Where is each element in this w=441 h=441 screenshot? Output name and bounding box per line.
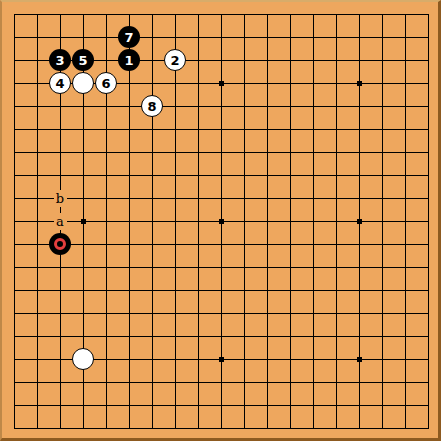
stone-white-8[interactable]: 8 xyxy=(141,95,163,117)
stone-number: 3 xyxy=(55,54,64,67)
stone-black-circled[interactable] xyxy=(49,233,71,255)
stone-white[interactable] xyxy=(72,348,94,370)
stone-black-5[interactable]: 5 xyxy=(72,49,94,71)
stone-number: 6 xyxy=(101,77,110,90)
stone-number: 4 xyxy=(55,77,64,90)
go-board[interactable]: 73512468ba xyxy=(0,0,441,441)
stone-black-3[interactable]: 3 xyxy=(49,49,71,71)
stone-number: 1 xyxy=(124,54,133,67)
stone-white-6[interactable]: 6 xyxy=(95,72,117,94)
stone-white-4[interactable]: 4 xyxy=(49,72,71,94)
stone-black-1[interactable]: 1 xyxy=(118,49,140,71)
stone-number: 2 xyxy=(170,54,179,67)
stone-white-2[interactable]: 2 xyxy=(164,49,186,71)
stone-number: 7 xyxy=(124,31,133,44)
point-label-a: a xyxy=(54,213,67,230)
stone-number: 5 xyxy=(78,54,87,67)
point-label-b: b xyxy=(54,190,67,207)
stone-black-7[interactable]: 7 xyxy=(118,26,140,48)
stone-number: 8 xyxy=(147,100,156,113)
intersections-grid: 73512468ba xyxy=(3,3,440,440)
stone-white[interactable] xyxy=(72,72,94,94)
circle-marker-icon xyxy=(54,238,66,250)
